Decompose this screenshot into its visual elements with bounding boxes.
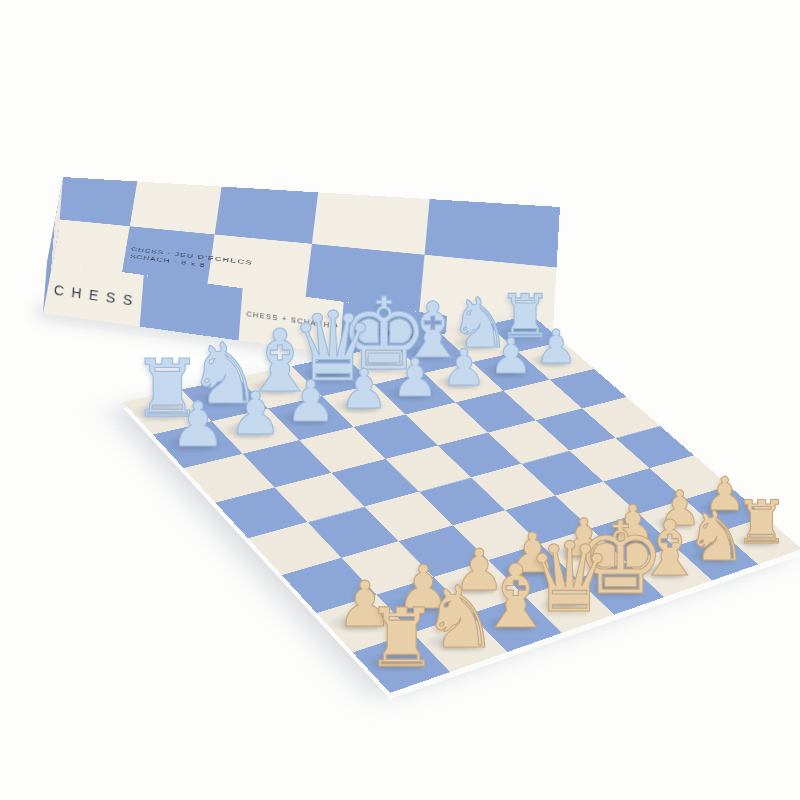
piece-blue-pawn-h7[interactable]: ♟ (535, 326, 577, 368)
piece-blue-pawn-g7[interactable]: ♟ (489, 335, 532, 379)
piece-blue-pawn-b7[interactable]: ♟ (229, 387, 282, 440)
product-scene: CHESS · JEU D'ECHECS SCHACH · 8 x 8 CHES… (0, 0, 800, 800)
pieces-layer: ♜♞♝♟♚♟♛♟♝♟♞♟♜♟♟♟♟♟♟♜♟♞♟♝♟♚♟♛♟♝♞♜ (0, 0, 800, 800)
piece-blue-pawn-d7[interactable]: ♟ (339, 365, 388, 414)
piece-blue-pawn-c7[interactable]: ♟ (285, 376, 336, 427)
piece-blue-pawn-f7[interactable]: ♟ (441, 345, 486, 390)
piece-wood-rook-a1[interactable]: ♜ (365, 602, 438, 675)
piece-blue-pawn-a7[interactable]: ♟ (170, 399, 225, 455)
piece-blue-pawn-e7[interactable]: ♟ (391, 355, 438, 402)
